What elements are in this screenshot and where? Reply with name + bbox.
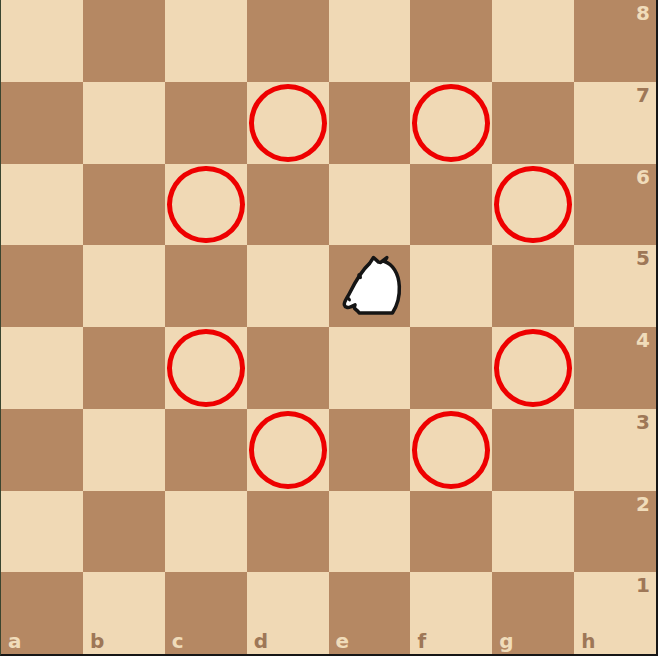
- square-h6[interactable]: 6: [574, 164, 656, 246]
- file-label-a: a: [8, 631, 22, 651]
- square-h3[interactable]: 3: [574, 409, 656, 491]
- square-e6[interactable]: [329, 164, 411, 246]
- square-g8[interactable]: [492, 0, 574, 82]
- square-b1[interactable]: b: [83, 572, 165, 654]
- square-e4[interactable]: [329, 327, 411, 409]
- square-f3[interactable]: [410, 409, 492, 491]
- knight-move-circle-c6: [167, 166, 245, 244]
- square-e2[interactable]: [329, 491, 411, 573]
- square-f5[interactable]: [410, 245, 492, 327]
- knight-move-circle-d3: [249, 411, 327, 489]
- square-f2[interactable]: [410, 491, 492, 573]
- square-h8[interactable]: 8: [574, 0, 656, 82]
- square-h5[interactable]: 5: [574, 245, 656, 327]
- square-c3[interactable]: [165, 409, 247, 491]
- square-e3[interactable]: [329, 409, 411, 491]
- file-label-h: h: [581, 631, 595, 651]
- square-f1[interactable]: f: [410, 572, 492, 654]
- square-f6[interactable]: [410, 164, 492, 246]
- square-f4[interactable]: [410, 327, 492, 409]
- knight-move-circle-g4: [494, 329, 572, 407]
- square-g3[interactable]: [492, 409, 574, 491]
- square-a2[interactable]: [1, 491, 83, 573]
- square-e8[interactable]: [329, 0, 411, 82]
- square-c1[interactable]: c: [165, 572, 247, 654]
- square-b4[interactable]: [83, 327, 165, 409]
- square-d4[interactable]: [247, 327, 329, 409]
- square-g5[interactable]: [492, 245, 574, 327]
- knight-move-circle-d7: [249, 84, 327, 162]
- file-label-d: d: [254, 631, 268, 651]
- rank-label-5: 5: [636, 248, 650, 268]
- square-c4[interactable]: [165, 327, 247, 409]
- square-c2[interactable]: [165, 491, 247, 573]
- square-h1[interactable]: 1h: [574, 572, 656, 654]
- square-a8[interactable]: [1, 0, 83, 82]
- rank-label-6: 6: [636, 167, 650, 187]
- square-c6[interactable]: [165, 164, 247, 246]
- file-label-g: g: [499, 631, 513, 651]
- square-b8[interactable]: [83, 0, 165, 82]
- square-c5[interactable]: [165, 245, 247, 327]
- rank-label-1: 1: [636, 575, 650, 595]
- rank-label-2: 2: [636, 494, 650, 514]
- rank-label-3: 3: [636, 412, 650, 432]
- square-b5[interactable]: [83, 245, 165, 327]
- square-a7[interactable]: [1, 82, 83, 164]
- square-d2[interactable]: [247, 491, 329, 573]
- square-f8[interactable]: [410, 0, 492, 82]
- square-b2[interactable]: [83, 491, 165, 573]
- square-h4[interactable]: 4: [574, 327, 656, 409]
- file-label-e: e: [336, 631, 350, 651]
- square-b7[interactable]: [83, 82, 165, 164]
- square-b6[interactable]: [83, 164, 165, 246]
- square-g7[interactable]: [492, 82, 574, 164]
- square-a5[interactable]: [1, 245, 83, 327]
- file-label-b: b: [90, 631, 104, 651]
- square-d8[interactable]: [247, 0, 329, 82]
- square-a3[interactable]: [1, 409, 83, 491]
- square-e1[interactable]: e: [329, 572, 411, 654]
- square-d3[interactable]: [247, 409, 329, 491]
- square-h2[interactable]: 2: [574, 491, 656, 573]
- rank-label-8: 8: [636, 3, 650, 23]
- square-g4[interactable]: [492, 327, 574, 409]
- square-b3[interactable]: [83, 409, 165, 491]
- square-g1[interactable]: g: [492, 572, 574, 654]
- square-d1[interactable]: d: [247, 572, 329, 654]
- square-h7[interactable]: 7: [574, 82, 656, 164]
- square-c7[interactable]: [165, 82, 247, 164]
- square-d5[interactable]: [247, 245, 329, 327]
- square-d6[interactable]: [247, 164, 329, 246]
- square-a1[interactable]: a: [1, 572, 83, 654]
- white-knight-icon[interactable]: [337, 254, 402, 319]
- rank-label-4: 4: [636, 330, 650, 350]
- file-label-c: c: [172, 631, 184, 651]
- chess-board: 876 5432abcdefg1h: [0, 0, 658, 656]
- file-label-f: f: [417, 631, 426, 651]
- knight-move-circle-f3: [412, 411, 490, 489]
- square-a4[interactable]: [1, 327, 83, 409]
- square-c8[interactable]: [165, 0, 247, 82]
- square-g2[interactable]: [492, 491, 574, 573]
- knight-move-circle-c4: [167, 329, 245, 407]
- square-a6[interactable]: [1, 164, 83, 246]
- square-d7[interactable]: [247, 82, 329, 164]
- knight-move-circle-g6: [494, 166, 572, 244]
- knight-move-circle-f7: [412, 84, 490, 162]
- square-f7[interactable]: [410, 82, 492, 164]
- square-e7[interactable]: [329, 82, 411, 164]
- square-e5[interactable]: [329, 245, 411, 327]
- square-g6[interactable]: [492, 164, 574, 246]
- rank-label-7: 7: [636, 85, 650, 105]
